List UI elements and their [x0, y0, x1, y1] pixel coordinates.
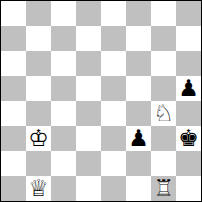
- square-c5[interactable]: [51, 76, 76, 101]
- square-a7[interactable]: [1, 26, 26, 51]
- piece-bP-f3[interactable]: ♟: [126, 126, 151, 151]
- square-b2[interactable]: [26, 151, 51, 176]
- square-f5[interactable]: [126, 76, 151, 101]
- square-c2[interactable]: [51, 151, 76, 176]
- square-e4[interactable]: [101, 101, 126, 126]
- square-b7[interactable]: [26, 26, 51, 51]
- square-e2[interactable]: [101, 151, 126, 176]
- square-c3[interactable]: [51, 126, 76, 151]
- square-d6[interactable]: [76, 51, 101, 76]
- square-d1[interactable]: [76, 176, 101, 201]
- square-h7[interactable]: [176, 26, 201, 51]
- square-c6[interactable]: [51, 51, 76, 76]
- square-a8[interactable]: [1, 1, 26, 26]
- square-e6[interactable]: [101, 51, 126, 76]
- square-a1[interactable]: [1, 176, 26, 201]
- square-g2[interactable]: [151, 151, 176, 176]
- square-f8[interactable]: [126, 1, 151, 26]
- square-e3[interactable]: [101, 126, 126, 151]
- square-c7[interactable]: [51, 26, 76, 51]
- square-e7[interactable]: [101, 26, 126, 51]
- square-f2[interactable]: [126, 151, 151, 176]
- wK-outline-glyph: ♔: [26, 126, 51, 151]
- square-d3[interactable]: [76, 126, 101, 151]
- square-h3[interactable]: ♚: [176, 126, 201, 151]
- chess-board: ♟♞♘♚♔♟♚♛♕♜♖: [1, 1, 201, 201]
- square-f4[interactable]: [126, 101, 151, 126]
- square-b1[interactable]: ♛♕: [26, 176, 51, 201]
- square-g4[interactable]: ♞♘: [151, 101, 176, 126]
- square-g5[interactable]: [151, 76, 176, 101]
- square-a4[interactable]: [1, 101, 26, 126]
- square-h1[interactable]: [176, 176, 201, 201]
- square-b3[interactable]: ♚♔: [26, 126, 51, 151]
- wQ-outline-glyph: ♕: [26, 176, 51, 201]
- square-c8[interactable]: [51, 1, 76, 26]
- bP-glyph: ♟: [126, 126, 151, 151]
- piece-wQ-b1[interactable]: ♛♕: [26, 176, 51, 201]
- square-f7[interactable]: [126, 26, 151, 51]
- square-b5[interactable]: [26, 76, 51, 101]
- square-g6[interactable]: [151, 51, 176, 76]
- square-h6[interactable]: [176, 51, 201, 76]
- square-h2[interactable]: [176, 151, 201, 176]
- square-d4[interactable]: [76, 101, 101, 126]
- square-e8[interactable]: [101, 1, 126, 26]
- piece-bP-h5[interactable]: ♟: [176, 76, 201, 101]
- square-g1[interactable]: ♜♖: [151, 176, 176, 201]
- square-g3[interactable]: [151, 126, 176, 151]
- wR-outline-glyph: ♖: [151, 176, 176, 201]
- bK-glyph: ♚: [176, 126, 201, 151]
- square-a3[interactable]: [1, 126, 26, 151]
- square-a2[interactable]: [1, 151, 26, 176]
- square-f6[interactable]: [126, 51, 151, 76]
- piece-wK-b3[interactable]: ♚♔: [26, 126, 51, 151]
- square-b6[interactable]: [26, 51, 51, 76]
- square-d7[interactable]: [76, 26, 101, 51]
- square-e1[interactable]: [101, 176, 126, 201]
- square-g8[interactable]: [151, 1, 176, 26]
- square-g7[interactable]: [151, 26, 176, 51]
- square-h5[interactable]: ♟: [176, 76, 201, 101]
- square-d8[interactable]: [76, 1, 101, 26]
- square-d5[interactable]: [76, 76, 101, 101]
- square-h8[interactable]: [176, 1, 201, 26]
- square-b8[interactable]: [26, 1, 51, 26]
- square-a5[interactable]: [1, 76, 26, 101]
- square-b4[interactable]: [26, 101, 51, 126]
- piece-bK-h3[interactable]: ♚: [176, 126, 201, 151]
- square-e5[interactable]: [101, 76, 126, 101]
- chess-board-frame: ♟♞♘♚♔♟♚♛♕♜♖: [0, 0, 202, 202]
- square-h4[interactable]: [176, 101, 201, 126]
- bP-glyph: ♟: [176, 76, 201, 101]
- square-c4[interactable]: [51, 101, 76, 126]
- square-f1[interactable]: [126, 176, 151, 201]
- square-a6[interactable]: [1, 51, 26, 76]
- square-f3[interactable]: ♟: [126, 126, 151, 151]
- piece-wN-g4[interactable]: ♞♘: [151, 101, 176, 126]
- wN-outline-glyph: ♘: [151, 101, 176, 126]
- piece-wR-g1[interactable]: ♜♖: [151, 176, 176, 201]
- square-d2[interactable]: [76, 151, 101, 176]
- square-c1[interactable]: [51, 176, 76, 201]
